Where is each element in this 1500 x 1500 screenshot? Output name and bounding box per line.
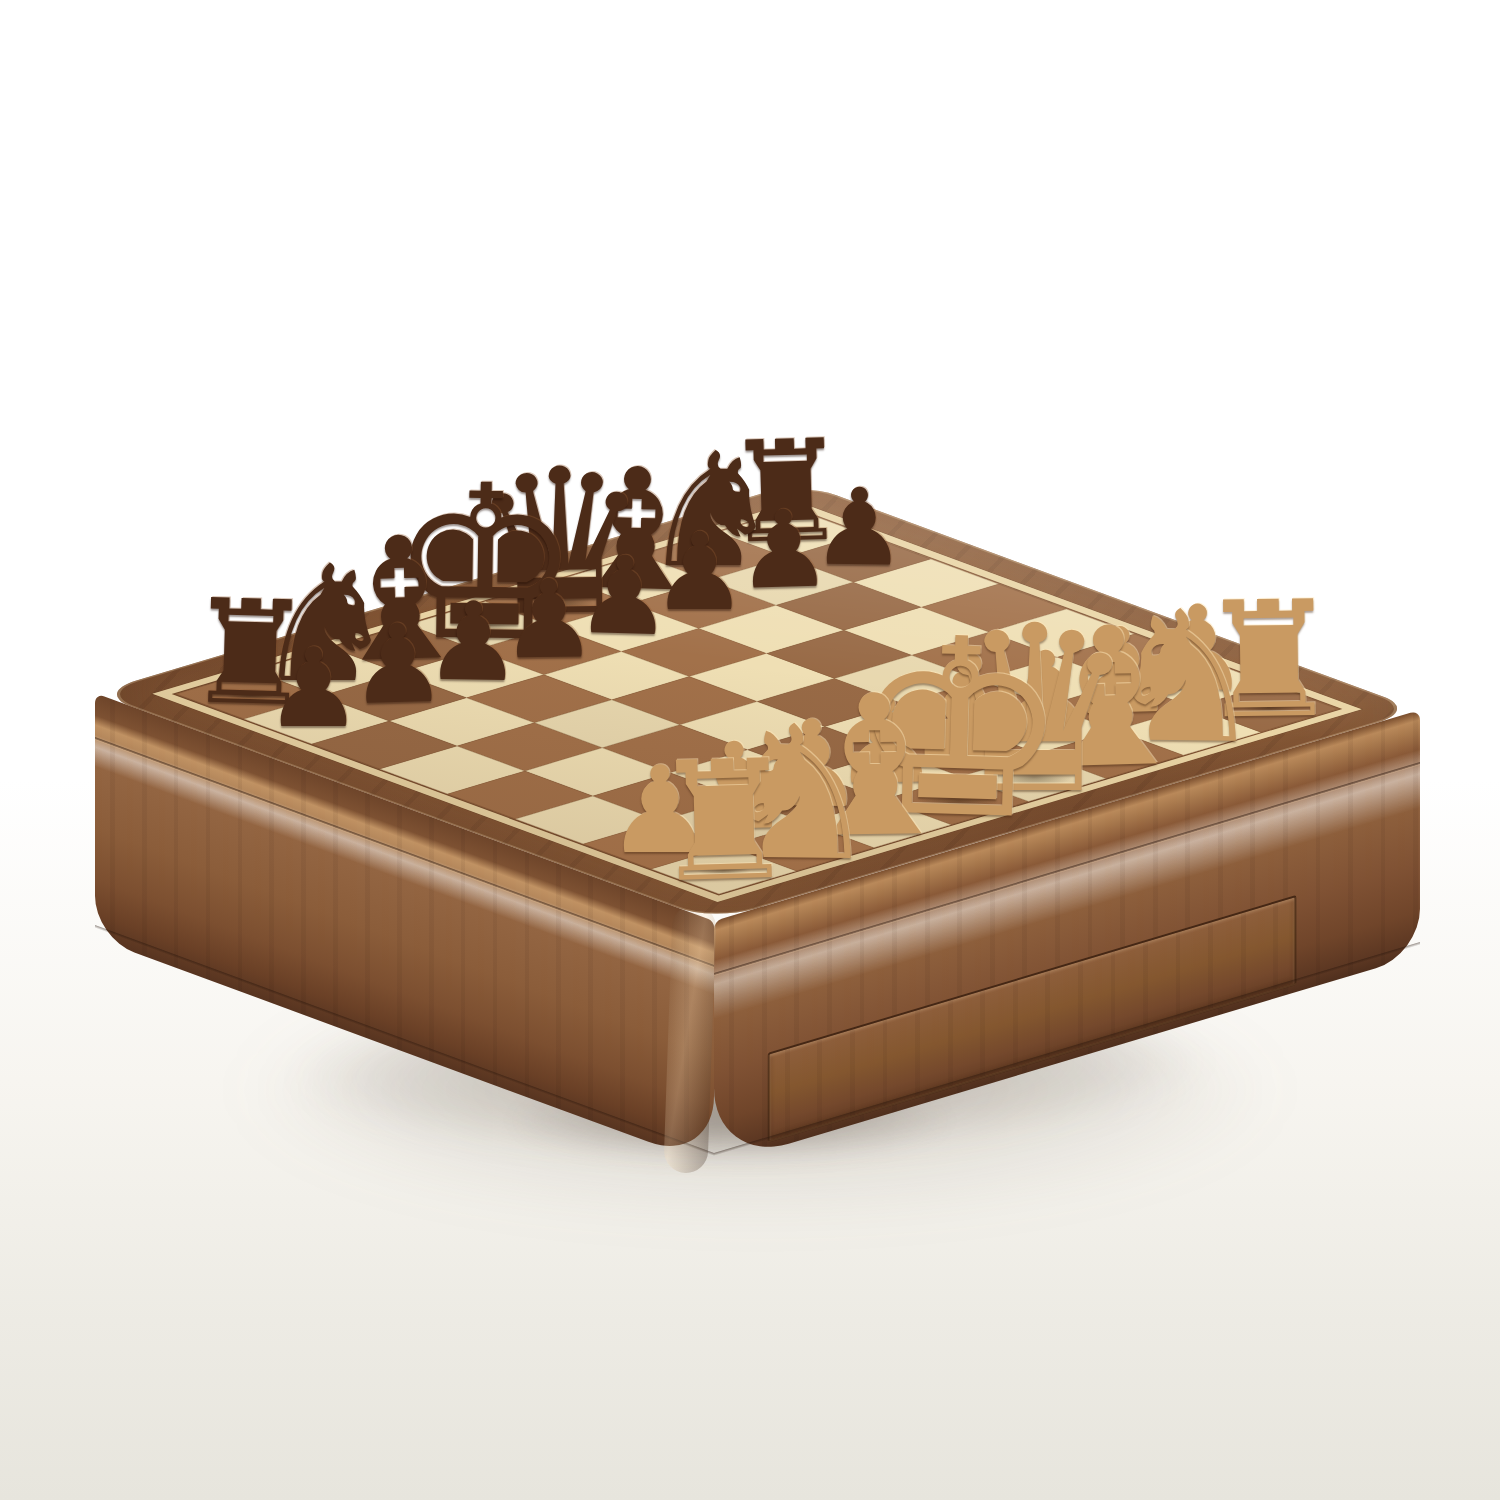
white-rook-glyph: ♜ xyxy=(648,738,800,906)
product-photo-stage: ♜♞♝♛♚♝♞♜♟♟♟♟♟♟♟♟♟♟♟♟♟♟♟♟♜♞♝♛♚♝♞♜ xyxy=(0,0,1500,1500)
black-pawn-glyph: ♟ xyxy=(265,634,363,743)
box-corner-roundover xyxy=(663,904,716,1173)
black-pawn-glyph: ♟ xyxy=(348,609,449,721)
black-pawn-glyph: ♟ xyxy=(734,496,833,605)
